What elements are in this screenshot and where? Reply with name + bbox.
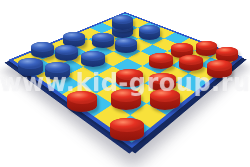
checker-top: [179, 55, 203, 65]
checker-red: [149, 53, 173, 69]
checker-top: [149, 53, 173, 63]
checker-top: [55, 45, 78, 55]
checker-blue: [31, 42, 54, 58]
checker-top: [31, 42, 54, 52]
checker-blue: [112, 15, 133, 30]
checker-top: [139, 25, 160, 34]
checker-blue: [115, 38, 137, 53]
checker-top: [171, 43, 193, 52]
checker-top: [115, 38, 137, 47]
checker-top: [112, 15, 133, 24]
checker-blue: [55, 45, 78, 61]
checker-red: [196, 41, 217, 56]
checker-top: [216, 47, 238, 56]
checker-top: [196, 41, 217, 50]
checker-blue: [81, 51, 105, 67]
checker-top: [110, 118, 144, 132]
checker-top: [18, 58, 43, 69]
watermark: www.kid-group.ru: [0, 70, 250, 96]
checker-top: [63, 32, 85, 41]
checker-blue: [139, 25, 160, 40]
product-photo: www.kid-group.ru: [0, 0, 250, 167]
checker-top: [81, 51, 105, 61]
checker-red: [110, 118, 144, 141]
checker-blue: [92, 33, 114, 48]
checker-top: [92, 33, 114, 42]
